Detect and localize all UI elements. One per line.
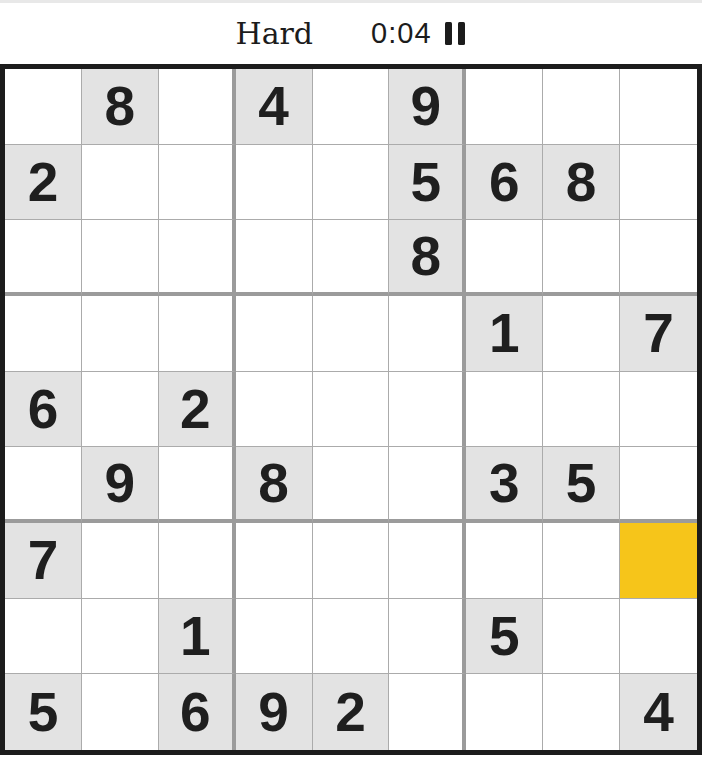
cell-r4c5[interactable] <box>313 296 390 372</box>
cell-r1c5[interactable] <box>313 69 390 145</box>
cell-r3c9[interactable] <box>620 220 697 296</box>
cell-r5c2[interactable] <box>82 372 159 448</box>
cell-r7c4[interactable] <box>236 523 313 599</box>
cell-r5c1[interactable]: 6 <box>5 372 82 448</box>
cell-r1c2[interactable]: 8 <box>82 69 159 145</box>
cell-r7c5[interactable] <box>313 523 390 599</box>
timer-value: 0:04 <box>371 17 431 50</box>
cell-r1c7[interactable] <box>466 69 543 145</box>
cell-r8c1[interactable] <box>5 599 82 675</box>
cell-r6c4[interactable]: 8 <box>236 447 313 523</box>
pause-icon <box>458 22 465 45</box>
cell-r5c4[interactable] <box>236 372 313 448</box>
cell-r3c4[interactable] <box>236 220 313 296</box>
cell-r2c8[interactable]: 8 <box>543 145 620 221</box>
pause-icon <box>445 22 452 45</box>
cell-r2c5[interactable] <box>313 145 390 221</box>
cell-r7c9[interactable] <box>620 523 697 599</box>
cell-r2c2[interactable] <box>82 145 159 221</box>
cell-r4c1[interactable] <box>5 296 82 372</box>
cell-r8c4[interactable] <box>236 599 313 675</box>
cell-r6c8[interactable]: 5 <box>543 447 620 523</box>
cell-r3c8[interactable] <box>543 220 620 296</box>
cell-r9c8[interactable] <box>543 674 620 750</box>
pause-button[interactable] <box>443 20 467 47</box>
cell-r4c2[interactable] <box>82 296 159 372</box>
cell-r3c2[interactable] <box>82 220 159 296</box>
cell-r7c8[interactable] <box>543 523 620 599</box>
cell-r3c5[interactable] <box>313 220 390 296</box>
cell-r9c4[interactable]: 9 <box>236 674 313 750</box>
cell-r5c5[interactable] <box>313 372 390 448</box>
cell-r7c7[interactable] <box>466 523 543 599</box>
cell-r7c6[interactable] <box>389 523 466 599</box>
cell-r5c9[interactable] <box>620 372 697 448</box>
cell-r2c1[interactable]: 2 <box>5 145 82 221</box>
cell-r2c6[interactable]: 5 <box>389 145 466 221</box>
cell-r1c3[interactable] <box>159 69 236 145</box>
cell-r6c7[interactable]: 3 <box>466 447 543 523</box>
cell-r4c3[interactable] <box>159 296 236 372</box>
cell-r1c8[interactable] <box>543 69 620 145</box>
cell-r2c3[interactable] <box>159 145 236 221</box>
cell-r5c7[interactable] <box>466 372 543 448</box>
sudoku-board: 849256881762983571556924 <box>0 64 702 755</box>
cell-r2c4[interactable] <box>236 145 313 221</box>
cell-r1c6[interactable]: 9 <box>389 69 466 145</box>
cell-r7c2[interactable] <box>82 523 159 599</box>
cell-r4c6[interactable] <box>389 296 466 372</box>
cell-r9c9[interactable]: 4 <box>620 674 697 750</box>
cell-r8c9[interactable] <box>620 599 697 675</box>
cell-r9c3[interactable]: 6 <box>159 674 236 750</box>
cell-r5c3[interactable]: 2 <box>159 372 236 448</box>
cell-r3c1[interactable] <box>5 220 82 296</box>
cell-r9c1[interactable]: 5 <box>5 674 82 750</box>
cell-r9c2[interactable] <box>82 674 159 750</box>
cell-r8c8[interactable] <box>543 599 620 675</box>
cell-r1c4[interactable]: 4 <box>236 69 313 145</box>
cell-r8c7[interactable]: 5 <box>466 599 543 675</box>
header: Hard 0:04 <box>0 3 702 64</box>
cell-r9c5[interactable]: 2 <box>313 674 390 750</box>
cell-r8c6[interactable] <box>389 599 466 675</box>
cell-r6c9[interactable] <box>620 447 697 523</box>
cell-r5c8[interactable] <box>543 372 620 448</box>
cell-r1c9[interactable] <box>620 69 697 145</box>
cell-r3c7[interactable] <box>466 220 543 296</box>
cell-r6c6[interactable] <box>389 447 466 523</box>
cell-r2c7[interactable]: 6 <box>466 145 543 221</box>
cell-r7c3[interactable] <box>159 523 236 599</box>
cell-r8c2[interactable] <box>82 599 159 675</box>
cell-r8c3[interactable]: 1 <box>159 599 236 675</box>
timer-group: 0:04 <box>371 17 466 50</box>
cell-r7c1[interactable]: 7 <box>5 523 82 599</box>
cell-r6c5[interactable] <box>313 447 390 523</box>
difficulty-label: Hard <box>235 16 313 51</box>
cell-r6c1[interactable] <box>5 447 82 523</box>
cell-r9c6[interactable] <box>389 674 466 750</box>
cell-r6c3[interactable] <box>159 447 236 523</box>
cell-r4c4[interactable] <box>236 296 313 372</box>
cell-r8c5[interactable] <box>313 599 390 675</box>
cell-r3c3[interactable] <box>159 220 236 296</box>
cell-r5c6[interactable] <box>389 372 466 448</box>
cell-r4c7[interactable]: 1 <box>466 296 543 372</box>
cell-r2c9[interactable] <box>620 145 697 221</box>
cell-r1c1[interactable] <box>5 69 82 145</box>
cell-r4c9[interactable]: 7 <box>620 296 697 372</box>
cell-r3c6[interactable]: 8 <box>389 220 466 296</box>
cell-r9c7[interactable] <box>466 674 543 750</box>
cell-r4c8[interactable] <box>543 296 620 372</box>
cell-r6c2[interactable]: 9 <box>82 447 159 523</box>
sudoku-app: Hard 0:04 849256881762983571556924 <box>0 0 702 774</box>
